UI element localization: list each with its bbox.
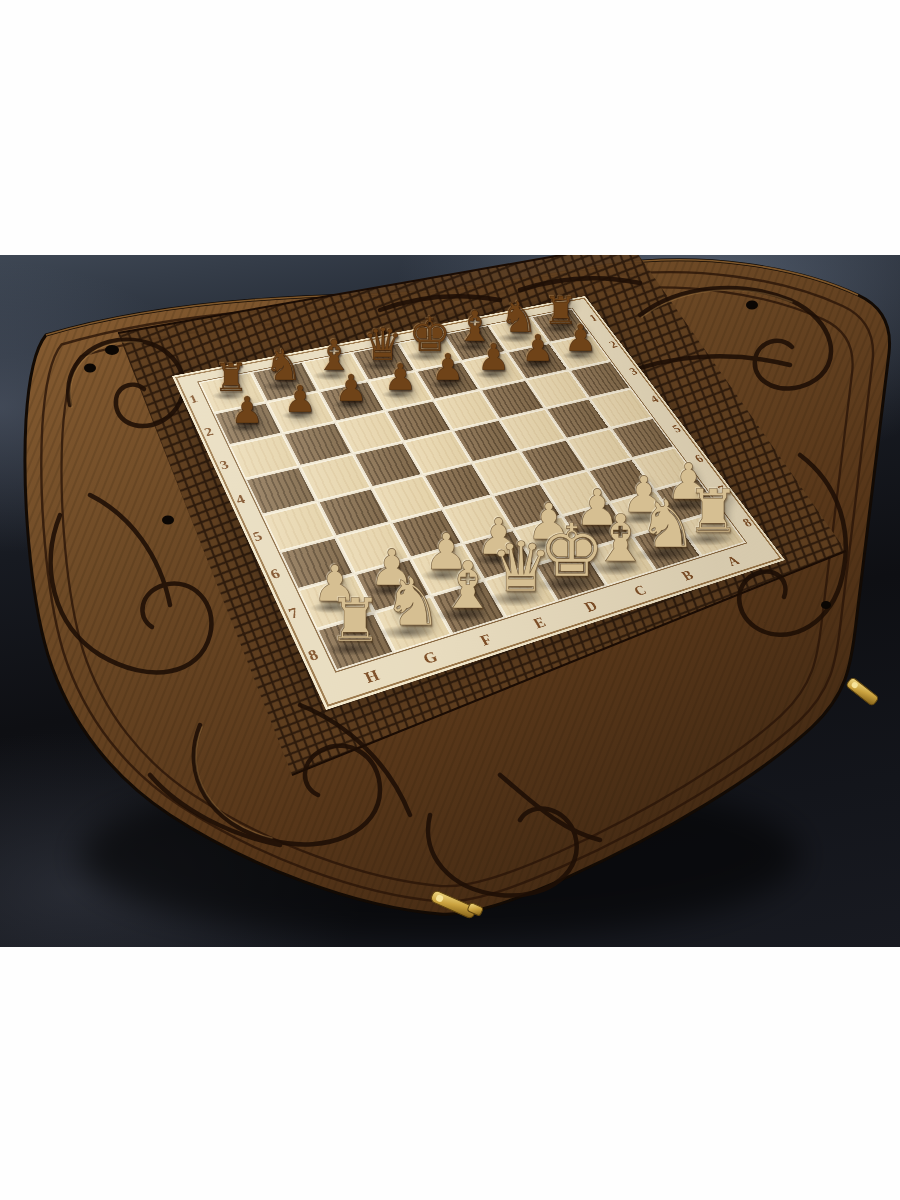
piece-dark-pawn-f2[interactable]: ♟: [335, 369, 368, 406]
file-label-d: D: [577, 597, 604, 616]
piece-dark-pawn-e2[interactable]: ♟: [384, 359, 417, 396]
piece-light-rook-h8[interactable]: ♜: [328, 592, 382, 652]
file-label-f: F: [472, 630, 500, 650]
piece-light-knight-g8[interactable]: ♞: [383, 568, 443, 634]
rank-label-left-6: 6: [263, 565, 288, 583]
piece-dark-pawn-d2[interactable]: ♟: [431, 349, 464, 386]
rank-label-left-1: 1: [182, 392, 204, 406]
photo-backdrop: 1234567812345678HGFEDCBA ♜♞♝♛♚♝♞♜♟♟♟♟♟♟♟…: [0, 255, 900, 947]
piece-dark-pawn-h2[interactable]: ♟: [230, 392, 263, 429]
rank-label-left-2: 2: [197, 424, 220, 439]
piece-light-queen-e8[interactable]: ♛: [490, 533, 552, 602]
rank-label-left-3: 3: [212, 457, 235, 473]
file-label-c: C: [627, 581, 654, 599]
white-margin-bottom: [0, 947, 900, 1200]
file-label-b: B: [674, 566, 700, 584]
white-margin-top: [0, 0, 900, 255]
file-label-h: H: [357, 665, 387, 687]
piece-dark-pawn-g2[interactable]: ♟: [283, 380, 316, 417]
piece-light-bishop-f8[interactable]: ♝: [439, 553, 497, 618]
brass-clasp-right: [846, 677, 880, 707]
file-label-g: G: [415, 647, 444, 668]
piece-dark-pawn-c2[interactable]: ♟: [477, 339, 510, 376]
piece-dark-pawn-a2[interactable]: ♟: [564, 320, 597, 357]
file-label-e: E: [525, 613, 553, 633]
product-photo-page: 1234567812345678HGFEDCBA ♜♞♝♛♚♝♞♜♟♟♟♟♟♟♟…: [0, 0, 900, 1200]
rank-label-left-4: 4: [229, 491, 253, 507]
rank-label-left-5: 5: [245, 527, 269, 544]
file-label-a: A: [720, 552, 746, 569]
piece-dark-pawn-b2[interactable]: ♟: [521, 329, 554, 366]
